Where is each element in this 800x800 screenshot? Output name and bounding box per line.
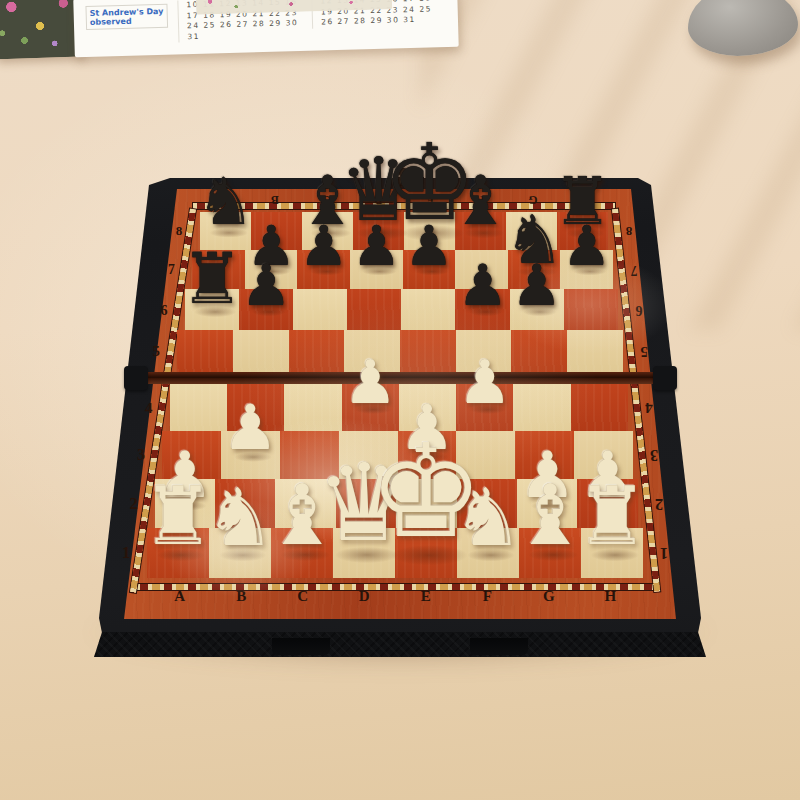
square-f2 (457, 479, 517, 528)
square-b7 (245, 250, 298, 289)
square-h5 (567, 330, 623, 372)
square-f4 (456, 384, 513, 431)
file-label-bottom-g: G (543, 588, 555, 605)
square-h1 (581, 528, 643, 578)
rank-label-left-2: 2 (130, 494, 138, 514)
square-f3 (456, 431, 515, 479)
square-d6 (347, 289, 401, 330)
square-d1 (333, 528, 395, 578)
square-e2 (396, 479, 456, 528)
square-d7 (350, 250, 403, 289)
square-a6 (185, 289, 239, 330)
square-c3 (280, 431, 339, 479)
square-b4 (227, 384, 284, 431)
file-label-bottom-c: C (297, 588, 308, 605)
square-c5 (289, 330, 345, 372)
square-h6 (564, 289, 618, 330)
rank-label-right-4: 4 (645, 399, 653, 417)
border-strip-top (193, 203, 615, 209)
file-label-top-d: D (374, 194, 382, 206)
square-h8 (557, 212, 608, 250)
square-a2 (155, 479, 215, 528)
square-h3 (574, 431, 633, 479)
floral-box (0, 0, 83, 60)
hinge-clasp-right (653, 366, 677, 390)
square-d3 (339, 431, 398, 479)
rank-label-left-3: 3 (137, 446, 145, 464)
square-b6 (239, 289, 293, 330)
rank-label-right-5: 5 (640, 343, 647, 360)
rank-label-left-6: 6 (160, 301, 167, 318)
file-label-bottom-d: D (359, 588, 370, 605)
rank-label-right-6: 6 (635, 301, 642, 318)
square-a7 (192, 250, 245, 289)
square-d8 (353, 212, 404, 250)
square-b2 (215, 479, 275, 528)
square-a8 (200, 212, 251, 250)
rank-label-right-1: 1 (660, 543, 669, 563)
top-latch (394, 177, 424, 186)
rank-label-right-7: 7 (631, 262, 638, 278)
scene: St Andrew's Day observed 10 11 12 13 14 … (0, 0, 800, 800)
rank-label-right-3: 3 (650, 446, 658, 464)
calendar-note: St Andrew's Day observed (85, 4, 168, 30)
file-label-bottom-b: B (236, 588, 246, 605)
square-e6 (401, 289, 455, 330)
file-label-bottom-h: H (604, 588, 616, 605)
file-label-bottom-f: F (483, 588, 492, 605)
square-g6 (510, 289, 564, 330)
square-c2 (275, 479, 335, 528)
file-label-top-c: C (323, 194, 331, 206)
square-a5 (177, 330, 233, 372)
square-b3 (221, 431, 280, 479)
square-d2 (336, 479, 396, 528)
file-label-top-g: G (528, 194, 537, 206)
square-d5 (344, 330, 400, 372)
square-e1 (395, 528, 457, 578)
square-f6 (455, 289, 509, 330)
rank-label-right-8: 8 (626, 223, 633, 239)
square-c6 (293, 289, 347, 330)
square-g2 (517, 479, 577, 528)
square-a4 (170, 384, 227, 431)
hinge-clasp-left (124, 366, 148, 390)
square-f7 (455, 250, 508, 289)
file-label-bottom-e: E (421, 588, 431, 605)
square-g7 (508, 250, 561, 289)
square-b5 (233, 330, 289, 372)
rank-label-left-1: 1 (122, 543, 131, 563)
front-notch-left (272, 638, 330, 655)
file-label-top-a: A (220, 194, 228, 206)
file-label-top-h: H (580, 194, 589, 206)
front-notch-right (470, 638, 528, 655)
square-c7 (297, 250, 350, 289)
square-f8 (455, 212, 506, 250)
square-h7 (560, 250, 613, 289)
file-label-top-e: E (426, 194, 434, 206)
rank-label-left-8: 8 (176, 223, 183, 239)
square-f1 (457, 528, 519, 578)
square-g4 (513, 384, 570, 431)
square-f5 (456, 330, 512, 372)
rank-label-right-2: 2 (655, 494, 663, 514)
square-h4 (571, 384, 628, 431)
square-g5 (511, 330, 567, 372)
square-b1 (209, 528, 271, 578)
square-e4 (399, 384, 456, 431)
file-label-top-f: F (478, 194, 485, 206)
square-e5 (400, 330, 456, 372)
border-strip-bottom (136, 584, 656, 590)
square-c8 (302, 212, 353, 250)
square-g8 (506, 212, 557, 250)
rank-label-left-5: 5 (153, 343, 160, 360)
square-h2 (577, 479, 637, 528)
square-e7 (403, 250, 456, 289)
hinge (136, 372, 668, 384)
square-c1 (271, 528, 333, 578)
rank-label-left-4: 4 (145, 399, 153, 417)
square-g1 (519, 528, 581, 578)
file-label-top-b: B (271, 194, 279, 206)
square-d4 (342, 384, 399, 431)
file-label-bottom-a: A (174, 588, 185, 605)
square-c4 (284, 384, 341, 431)
square-g3 (515, 431, 574, 479)
square-e3 (398, 431, 457, 479)
square-a1 (147, 528, 209, 578)
rank-label-left-7: 7 (168, 262, 175, 278)
square-e8 (404, 212, 455, 250)
square-b8 (251, 212, 302, 250)
square-a3 (162, 431, 221, 479)
